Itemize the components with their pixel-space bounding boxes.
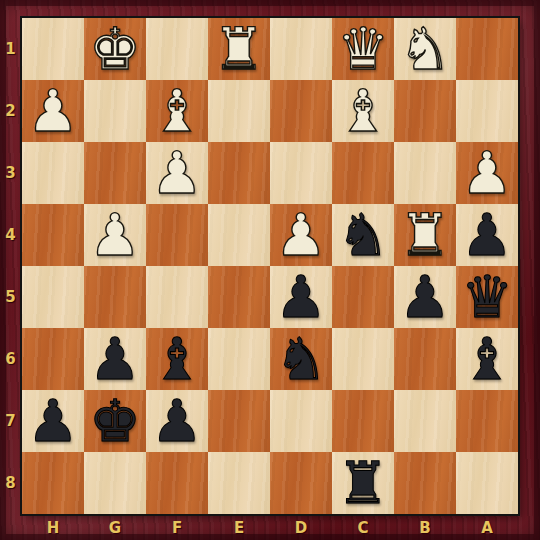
square-f3[interactable]: ♟ [146, 142, 208, 204]
black-rook[interactable]: ♜ [337, 452, 389, 514]
square-g1[interactable]: ♚ [84, 18, 146, 80]
white-bishop[interactable]: ♝ [337, 80, 389, 142]
file-label-d: D [270, 517, 332, 539]
square-a5[interactable]: ♛ [456, 266, 518, 328]
file-label-c: C [332, 517, 394, 539]
square-d7[interactable] [270, 390, 332, 452]
white-rook[interactable]: ♜ [213, 18, 265, 80]
square-f8[interactable] [146, 452, 208, 514]
square-c6[interactable] [332, 328, 394, 390]
square-e4[interactable] [208, 204, 270, 266]
file-label-f: F [146, 517, 208, 539]
square-d4[interactable]: ♟ [270, 204, 332, 266]
square-f7[interactable]: ♟ [146, 390, 208, 452]
square-g6[interactable]: ♟ [84, 328, 146, 390]
rank-label-6: 6 [0, 328, 21, 390]
square-h8[interactable] [22, 452, 84, 514]
file-label-e: E [208, 517, 270, 539]
square-a1[interactable] [456, 18, 518, 80]
chess-board: ♚♜♛♞♟♝♝♟♟♟♟♞♜♟♟♟♛♟♝♞♝♟♚♟♜ [22, 18, 518, 514]
square-g7[interactable]: ♚ [84, 390, 146, 452]
square-g8[interactable] [84, 452, 146, 514]
square-h4[interactable] [22, 204, 84, 266]
rank-label-3: 3 [0, 142, 21, 204]
square-d3[interactable] [270, 142, 332, 204]
square-g2[interactable] [84, 80, 146, 142]
square-b7[interactable] [394, 390, 456, 452]
square-c2[interactable]: ♝ [332, 80, 394, 142]
square-c4[interactable]: ♞ [332, 204, 394, 266]
black-pawn[interactable]: ♟ [275, 266, 327, 328]
white-king[interactable]: ♚ [89, 18, 141, 80]
square-f5[interactable] [146, 266, 208, 328]
rank-label-5: 5 [0, 266, 21, 328]
square-f6[interactable]: ♝ [146, 328, 208, 390]
square-c1[interactable]: ♛ [332, 18, 394, 80]
black-queen[interactable]: ♛ [461, 266, 513, 328]
square-h1[interactable] [22, 18, 84, 80]
square-h5[interactable] [22, 266, 84, 328]
square-e3[interactable] [208, 142, 270, 204]
black-knight[interactable]: ♞ [275, 328, 327, 390]
square-b4[interactable]: ♜ [394, 204, 456, 266]
square-e6[interactable] [208, 328, 270, 390]
square-b3[interactable] [394, 142, 456, 204]
white-pawn[interactable]: ♟ [89, 204, 141, 266]
square-b5[interactable]: ♟ [394, 266, 456, 328]
square-f2[interactable]: ♝ [146, 80, 208, 142]
rank-label-8: 8 [0, 452, 21, 514]
file-label-g: G [84, 517, 146, 539]
square-b6[interactable] [394, 328, 456, 390]
white-pawn[interactable]: ♟ [275, 204, 327, 266]
black-pawn[interactable]: ♟ [399, 266, 451, 328]
square-h7[interactable]: ♟ [22, 390, 84, 452]
square-d6[interactable]: ♞ [270, 328, 332, 390]
black-pawn[interactable]: ♟ [461, 204, 513, 266]
black-pawn[interactable]: ♟ [151, 390, 203, 452]
square-b8[interactable] [394, 452, 456, 514]
white-knight[interactable]: ♞ [399, 18, 451, 80]
square-e2[interactable] [208, 80, 270, 142]
rank-label-2: 2 [0, 80, 21, 142]
square-h2[interactable]: ♟ [22, 80, 84, 142]
square-c7[interactable] [332, 390, 394, 452]
square-c8[interactable]: ♜ [332, 452, 394, 514]
square-c3[interactable] [332, 142, 394, 204]
square-d5[interactable]: ♟ [270, 266, 332, 328]
square-h6[interactable] [22, 328, 84, 390]
square-f4[interactable] [146, 204, 208, 266]
square-b2[interactable] [394, 80, 456, 142]
white-pawn[interactable]: ♟ [27, 80, 79, 142]
square-b1[interactable]: ♞ [394, 18, 456, 80]
square-h3[interactable] [22, 142, 84, 204]
black-pawn[interactable]: ♟ [89, 328, 141, 390]
square-a3[interactable]: ♟ [456, 142, 518, 204]
square-e8[interactable] [208, 452, 270, 514]
square-g5[interactable] [84, 266, 146, 328]
white-bishop[interactable]: ♝ [151, 80, 203, 142]
white-rook[interactable]: ♜ [399, 204, 451, 266]
square-d8[interactable] [270, 452, 332, 514]
black-bishop[interactable]: ♝ [151, 328, 203, 390]
square-e1[interactable]: ♜ [208, 18, 270, 80]
square-a6[interactable]: ♝ [456, 328, 518, 390]
white-queen[interactable]: ♛ [337, 18, 389, 80]
square-a2[interactable] [456, 80, 518, 142]
file-label-h: H [22, 517, 84, 539]
square-g4[interactable]: ♟ [84, 204, 146, 266]
square-a8[interactable] [456, 452, 518, 514]
file-label-a: A [456, 517, 518, 539]
square-e7[interactable] [208, 390, 270, 452]
square-g3[interactable] [84, 142, 146, 204]
black-bishop[interactable]: ♝ [461, 328, 513, 390]
rank-label-7: 7 [0, 390, 21, 452]
square-f1[interactable] [146, 18, 208, 80]
square-d1[interactable] [270, 18, 332, 80]
square-d2[interactable] [270, 80, 332, 142]
black-pawn[interactable]: ♟ [27, 390, 79, 452]
rank-label-1: 1 [0, 18, 21, 80]
file-label-b: B [394, 517, 456, 539]
chess-app: ♚♜♛♞♟♝♝♟♟♟♟♞♜♟♟♟♛♟♝♞♝♟♚♟♜ 12345678 HGFED… [0, 0, 540, 540]
square-a7[interactable] [456, 390, 518, 452]
square-e5[interactable] [208, 266, 270, 328]
rank-label-4: 4 [0, 204, 21, 266]
white-pawn[interactable]: ♟ [461, 142, 513, 204]
square-c5[interactable] [332, 266, 394, 328]
square-a4[interactable]: ♟ [456, 204, 518, 266]
black-knight[interactable]: ♞ [337, 204, 389, 266]
white-pawn[interactable]: ♟ [151, 142, 203, 204]
black-king[interactable]: ♚ [89, 390, 141, 452]
